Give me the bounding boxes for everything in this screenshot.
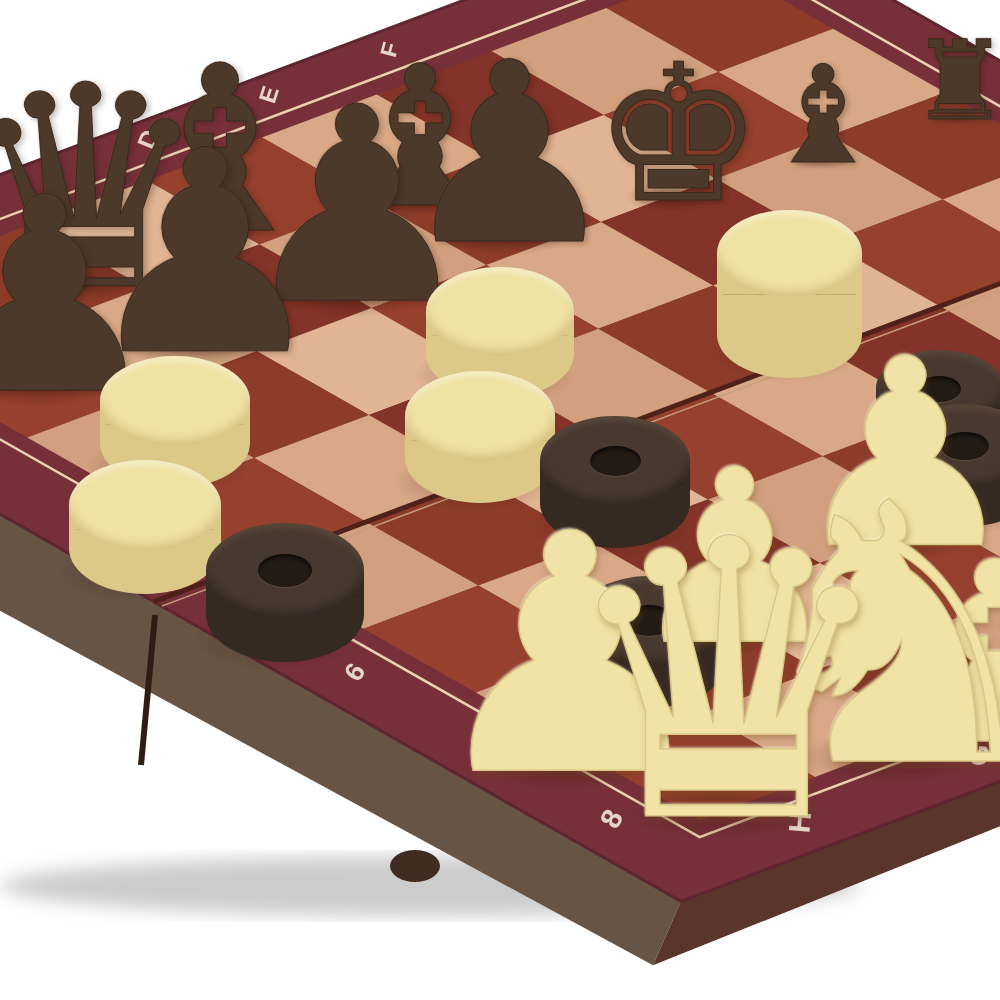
bishop-glyph: ♝ <box>763 63 884 168</box>
dark-bishop-b3[interactable]: ♝ <box>763 63 884 168</box>
checker-top-face <box>405 371 555 461</box>
checker-dimple <box>258 554 312 586</box>
checker-top-face <box>717 210 862 297</box>
rook-glyph: ♜ <box>911 39 1000 125</box>
checker-top-face <box>426 267 574 356</box>
checker-top-face <box>100 356 250 446</box>
dark-rook-a3[interactable]: ♜ <box>911 39 1000 125</box>
pieces-layer: ♜♝♚♝♝♟♛♟♟♟♟♟♝♞♟♛ <box>0 0 1000 1000</box>
cream-checker-h4[interactable] <box>69 460 221 594</box>
dark-checker-h5[interactable] <box>206 523 364 662</box>
cream-queen-h8[interactable]: ♛ <box>556 532 901 832</box>
board-photo-stage: 5678HGDEF ♜♝♚♝♝♟♛♟♟♟♟♟♝♞♟♛ <box>0 0 1000 1000</box>
queen-glyph: ♛ <box>556 532 901 832</box>
checker-top-face <box>69 460 221 551</box>
